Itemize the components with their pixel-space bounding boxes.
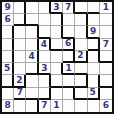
cell-r1c4[interactable] [39, 2, 51, 14]
cell-r8c3[interactable] [26, 88, 38, 100]
cell-r5c3[interactable]: 4 [26, 51, 38, 63]
cell-r8c8[interactable]: 5 [88, 88, 100, 100]
cell-r7c7[interactable] [75, 75, 87, 87]
given-digit: 1 [53, 101, 59, 110]
jigsaw-sudoku-board: 937169467425312758716 [0, 0, 114, 114]
cell-r7c6[interactable] [63, 75, 75, 87]
given-digit: 7 [65, 3, 71, 12]
cell-r8c1[interactable] [2, 88, 14, 100]
cell-r3c9[interactable] [100, 26, 112, 38]
puzzle-stage: 937169467425312758716 [0, 0, 116, 116]
cell-r9c5[interactable]: 1 [51, 100, 63, 112]
cell-r9c8[interactable] [88, 100, 100, 112]
cell-r1c9[interactable]: 1 [100, 2, 112, 14]
cell-r3c2[interactable] [14, 26, 26, 38]
cell-r1c5[interactable]: 3 [51, 2, 63, 14]
cell-r1c3[interactable] [26, 2, 38, 14]
given-digit: 6 [103, 101, 109, 110]
cell-r5c8[interactable] [88, 51, 100, 63]
cell-r7c1[interactable] [2, 75, 14, 87]
cell-r6c4[interactable]: 3 [39, 63, 51, 75]
cell-r9c1[interactable]: 8 [2, 100, 14, 112]
cell-r1c6[interactable]: 7 [63, 2, 75, 14]
given-digit: 3 [53, 3, 59, 12]
given-digit: 8 [4, 101, 10, 110]
cell-r5c4[interactable] [39, 51, 51, 63]
cell-r1c2[interactable] [14, 2, 26, 14]
cell-r9c9[interactable]: 6 [100, 100, 112, 112]
cell-r4c8[interactable] [88, 39, 100, 51]
cell-r5c1[interactable] [2, 51, 14, 63]
cell-r6c1[interactable]: 5 [2, 63, 14, 75]
cell-r4c2[interactable] [14, 39, 26, 51]
cell-r8c5[interactable] [51, 88, 63, 100]
cell-r6c9[interactable] [100, 63, 112, 75]
cell-r1c1[interactable]: 9 [2, 2, 14, 14]
cell-r9c2[interactable] [14, 100, 26, 112]
cell-r2c5[interactable] [51, 14, 63, 26]
cell-r9c6[interactable] [63, 100, 75, 112]
cell-r5c9[interactable] [100, 51, 112, 63]
cell-r7c4[interactable] [39, 75, 51, 87]
given-digit: 7 [103, 40, 109, 49]
cell-r2c6[interactable] [63, 14, 75, 26]
cell-r3c8[interactable]: 9 [88, 26, 100, 38]
cell-r7c5[interactable] [51, 75, 63, 87]
given-digit: 2 [16, 76, 22, 85]
given-digit: 7 [41, 101, 47, 110]
cell-r3c7[interactable] [75, 26, 87, 38]
cell-r4c9[interactable]: 7 [100, 39, 112, 51]
cell-r7c2[interactable]: 2 [14, 75, 26, 87]
given-digit: 2 [77, 51, 83, 60]
cell-r1c8[interactable] [88, 2, 100, 14]
cell-r2c4[interactable] [39, 14, 51, 26]
cell-r7c3[interactable] [26, 75, 38, 87]
given-digit: 9 [4, 3, 10, 12]
cell-r3c3[interactable] [26, 26, 38, 38]
cell-r8c7[interactable] [75, 88, 87, 100]
cell-r6c5[interactable] [51, 63, 63, 75]
given-digit: 7 [17, 88, 23, 97]
cell-r6c3[interactable] [26, 63, 38, 75]
cell-r2c3[interactable] [26, 14, 38, 26]
cell-r4c7[interactable] [75, 39, 87, 51]
cell-r2c9[interactable] [100, 14, 112, 26]
cell-r1c7[interactable] [75, 2, 87, 14]
cell-r9c4[interactable]: 7 [39, 100, 51, 112]
given-digit: 5 [90, 88, 96, 97]
given-digit: 9 [90, 27, 96, 36]
cell-r8c9[interactable] [100, 88, 112, 100]
cell-r6c7[interactable] [75, 63, 87, 75]
cell-r6c6[interactable]: 1 [63, 63, 75, 75]
cell-r4c4[interactable]: 4 [39, 39, 51, 51]
cell-r2c2[interactable] [14, 14, 26, 26]
cell-r2c7[interactable] [75, 14, 87, 26]
cell-r4c1[interactable] [2, 39, 14, 51]
cell-r8c2[interactable]: 7 [14, 88, 26, 100]
cell-r2c8[interactable] [88, 14, 100, 26]
cell-r5c7[interactable]: 2 [75, 51, 87, 63]
cell-r3c1[interactable] [2, 26, 14, 38]
cell-r5c5[interactable] [51, 51, 63, 63]
cell-r4c3[interactable] [26, 39, 38, 51]
given-digit: 4 [28, 52, 34, 61]
cell-r9c7[interactable] [75, 100, 87, 112]
cell-r7c9[interactable] [100, 75, 112, 87]
given-digit: 4 [41, 40, 47, 49]
cell-r4c5[interactable] [51, 39, 63, 51]
cell-r6c8[interactable] [88, 63, 100, 75]
cell-r9c3[interactable] [26, 100, 38, 112]
given-digit: 1 [66, 64, 72, 73]
cell-r7c8[interactable] [88, 75, 100, 87]
given-digit: 6 [4, 15, 10, 24]
cell-r5c2[interactable] [14, 51, 26, 63]
cell-r2c1[interactable]: 6 [2, 14, 14, 26]
given-digit: 1 [103, 3, 109, 12]
cell-r3c4[interactable] [39, 26, 51, 38]
cell-r8c4[interactable] [39, 88, 51, 100]
cell-r6c2[interactable] [14, 63, 26, 75]
given-digit: 5 [4, 64, 10, 73]
cell-r4c6[interactable]: 6 [63, 39, 75, 51]
cell-r3c5[interactable] [51, 26, 63, 38]
cell-r8c6[interactable] [63, 88, 75, 100]
cell-r5c6[interactable] [63, 51, 75, 63]
given-digit: 6 [65, 39, 71, 48]
cell-r3c6[interactable] [63, 26, 75, 38]
given-digit: 3 [41, 64, 47, 73]
